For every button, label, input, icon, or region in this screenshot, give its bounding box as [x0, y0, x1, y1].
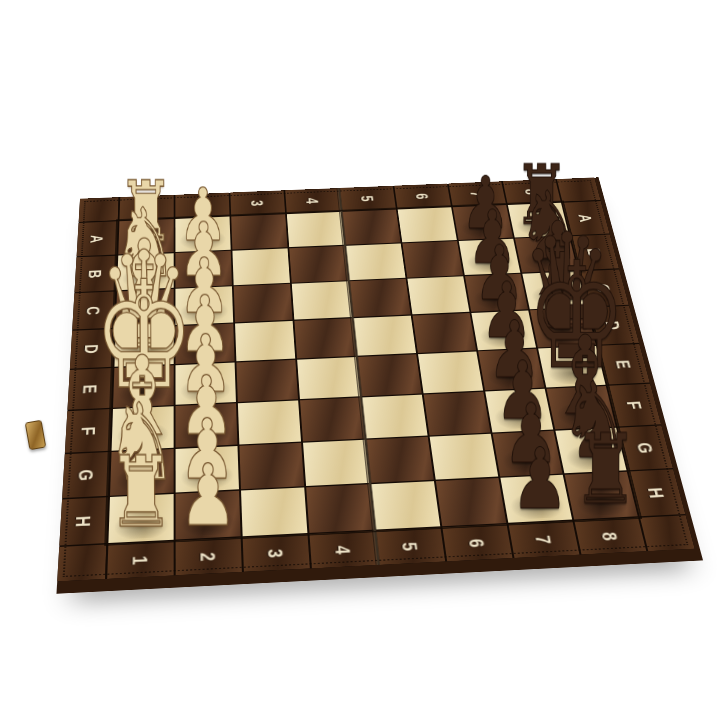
frame-corner [57, 545, 106, 582]
square-c5[interactable] [350, 279, 411, 317]
square-b5[interactable] [346, 243, 406, 280]
file-label: A [576, 214, 596, 222]
rank-label: 6 [413, 193, 431, 199]
rank-label: 1 [130, 555, 152, 565]
bottom-rank-label-7: 7 [509, 521, 580, 558]
top-rank-label-5: 5 [340, 186, 396, 211]
square-b4[interactable] [289, 246, 348, 283]
product-photo-scene: 12345678A♜♟♟♜AB♞♟♟♞BC♝♟♟♝CD♛♟♟♛DE♚♟♟♚EF♝… [0, 0, 720, 720]
square-h1[interactable]: ♜ [108, 494, 173, 543]
chess-board: 12345678A♜♟♟♜AB♞♟♟♞BC♝♟♟♝CD♛♟♟♛DE♚♟♟♚EF♝… [56, 177, 703, 593]
square-d5[interactable] [354, 316, 416, 356]
square-f5[interactable] [362, 395, 428, 439]
rank-label: 3 [249, 200, 267, 207]
square-c4[interactable] [292, 281, 352, 319]
rank-label: 8 [599, 531, 622, 541]
square-a5[interactable] [342, 210, 400, 245]
rank-label: 2 [198, 551, 220, 561]
piece-black-pawn[interactable]: ♟ [487, 441, 593, 518]
rank-label: 2 [193, 202, 211, 209]
top-rank-label-4: 4 [285, 188, 340, 213]
rank-label: 5 [359, 195, 377, 202]
rank-label: 4 [332, 545, 354, 555]
bottom-rank-label-1: 1 [107, 541, 173, 579]
bottom-rank-label-4: 4 [310, 531, 378, 568]
brass-clasp-icon [25, 420, 47, 451]
rank-label: 3 [265, 548, 287, 558]
square-f4[interactable] [300, 397, 364, 441]
bottom-rank-label-3: 3 [243, 534, 310, 571]
square-h5[interactable] [371, 481, 440, 529]
bottom-rank-label-2: 2 [176, 538, 242, 576]
rank-label: 7 [468, 191, 486, 197]
square-g5[interactable] [366, 437, 433, 483]
rank-label: 8 [522, 188, 541, 194]
rank-label: 4 [304, 197, 322, 204]
piece-white-rook[interactable]: ♜ [87, 448, 195, 538]
square-d4[interactable] [294, 318, 355, 358]
square-g4[interactable] [303, 440, 369, 486]
frame-corner [640, 515, 695, 551]
square-e5[interactable] [358, 354, 422, 396]
rank-label: 7 [532, 535, 555, 545]
bottom-rank-label-8: 8 [574, 518, 646, 555]
bottom-rank-label-5: 5 [376, 528, 445, 565]
square-e4[interactable] [297, 357, 360, 399]
square-h4[interactable] [306, 484, 374, 533]
rank-label: 1 [138, 204, 156, 211]
rank-label: 5 [399, 541, 421, 551]
bottom-rank-label-6: 6 [442, 524, 512, 561]
square-h7[interactable]: ♟ [500, 475, 572, 523]
rank-label: 6 [466, 538, 489, 548]
square-a4[interactable] [287, 212, 344, 247]
